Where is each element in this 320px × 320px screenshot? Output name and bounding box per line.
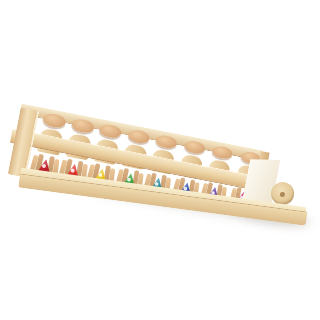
knob-cap [183, 139, 206, 155]
knob-cap [155, 134, 178, 150]
knob-cap [211, 145, 233, 160]
knob-cap [70, 117, 95, 134]
wheel-hole [279, 192, 285, 198]
knob-cap [126, 128, 150, 144]
wooden-bell-toy [0, 100, 320, 307]
knob-cap [42, 112, 67, 129]
bell-glint [42, 164, 47, 169]
bell-glint [98, 173, 103, 178]
product-photo [0, 0, 320, 320]
knob-cap [98, 123, 122, 140]
